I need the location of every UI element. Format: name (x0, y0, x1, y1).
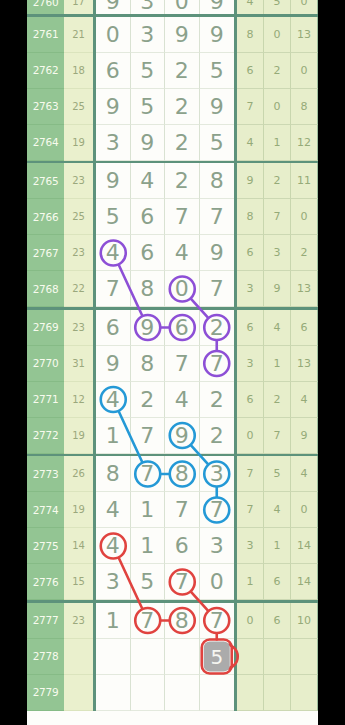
stat-cell: 2 (291, 235, 318, 271)
stat-cell: 9 (237, 163, 264, 199)
draw-count-cell: 23 (64, 235, 93, 271)
stat-cell: 9 (264, 271, 291, 307)
digit-cell (165, 639, 200, 675)
digit-cell: 1 (131, 528, 166, 564)
digit-cell: 8 (131, 346, 166, 382)
stat-cell (264, 675, 291, 711)
period-cell: 2768 (27, 271, 64, 307)
draw-count-cell: 26 (64, 456, 93, 492)
digit-cell: 1 (131, 492, 166, 528)
digit-cell: 9 (200, 0, 235, 14)
stat-cell: 1 (237, 564, 264, 600)
draw-count-cell: 25 (64, 89, 93, 125)
digit-cell: 3 (131, 0, 166, 14)
period-cell: 2760 (27, 0, 64, 14)
draw-count-cell: 19 (64, 418, 93, 454)
stat-cell: 7 (237, 456, 264, 492)
period-cell: 2777 (27, 603, 64, 639)
table-row: 27612103998013 (27, 17, 318, 53)
table-row: 2773268783754 (27, 456, 318, 492)
digit-cell: 6 (165, 528, 200, 564)
stat-cell (291, 639, 318, 675)
digit-cell: 7 (200, 271, 235, 307)
stat-cell: 4 (291, 456, 318, 492)
digit-cell: 9 (96, 163, 131, 199)
digit-cell: 8 (131, 271, 166, 307)
period-cell: 2767 (27, 235, 64, 271)
digit-cell: 2 (200, 382, 235, 418)
stat-cell: 0 (264, 17, 291, 53)
stat-cell: 1 (264, 346, 291, 382)
table-row: 27682278073913 (27, 271, 318, 307)
digit-cell: 8 (200, 163, 235, 199)
draw-count-cell: 17 (64, 0, 93, 14)
period-cell: 2763 (27, 89, 64, 125)
digit-cell: 9 (165, 17, 200, 53)
app-screenshot: 2760179309450276121039980132762186525620… (0, 0, 345, 725)
digit-cell (96, 639, 131, 675)
period-cell: 2770 (27, 346, 64, 382)
digit-cell: 9 (131, 310, 166, 346)
period-cell: 2775 (27, 528, 64, 564)
trend-table: 2760179309450276121039980132762186525620… (27, 0, 318, 711)
stat-cell: 14 (291, 528, 318, 564)
stat-cell: 6 (264, 564, 291, 600)
digit-cell: 2 (165, 163, 200, 199)
digit-cell: 4 (165, 382, 200, 418)
digit-cell: 0 (200, 564, 235, 600)
digit-cell: 3 (96, 125, 131, 161)
draw-count-cell (64, 675, 93, 711)
stat-cell: 3 (264, 235, 291, 271)
stat-cell: 13 (291, 346, 318, 382)
period-cell: 2779 (27, 675, 64, 711)
stat-cell: 4 (291, 382, 318, 418)
stat-cell: 1 (264, 125, 291, 161)
stat-cell: 2 (264, 53, 291, 89)
period-cell: 2762 (27, 53, 64, 89)
digit-cell: 7 (165, 346, 200, 382)
draw-count-cell: 18 (64, 53, 93, 89)
digit-cell: 9 (200, 89, 235, 125)
stat-cell: 4 (264, 492, 291, 528)
table-row: 2772191792079 (27, 418, 318, 454)
digit-cell: 8 (165, 603, 200, 639)
stat-cell: 12 (291, 125, 318, 161)
digit-cell: 8 (96, 456, 131, 492)
digit-cell: 9 (96, 0, 131, 14)
digit-cell: 2 (200, 310, 235, 346)
digit-cell: 9 (96, 346, 131, 382)
table-row: 2771124242624 (27, 382, 318, 418)
stat-cell: 0 (291, 53, 318, 89)
draw-count-cell: 19 (64, 492, 93, 528)
digit-cell: 5 (200, 125, 235, 161)
digit-cell: 2 (200, 418, 235, 454)
period-cell: 2765 (27, 163, 64, 199)
stat-cell: 5 (264, 456, 291, 492)
digit-cell: 5 (200, 53, 235, 89)
digit-cell: 8 (165, 456, 200, 492)
period-cell: 2771 (27, 382, 64, 418)
draw-count-cell: 23 (64, 310, 93, 346)
stat-cell: 7 (264, 199, 291, 235)
table-row: 2762186525620 (27, 53, 318, 89)
digit-cell: 9 (165, 418, 200, 454)
stat-cell: 7 (264, 418, 291, 454)
digit-cell: 0 (165, 0, 200, 14)
stat-cell: 6 (291, 310, 318, 346)
digit-cell: 3 (200, 528, 235, 564)
stat-cell: 14 (291, 564, 318, 600)
digit-cell (131, 675, 166, 711)
stat-cell: 8 (237, 199, 264, 235)
stat-cell: 0 (291, 0, 318, 14)
table-row: 2767234649632 (27, 235, 318, 271)
stat-cell: 6 (237, 235, 264, 271)
period-cell: 2766 (27, 199, 64, 235)
digit-cell (131, 639, 166, 675)
digit-cell: 0 (96, 17, 131, 53)
digit-cell: 9 (131, 125, 166, 161)
stat-cell: 0 (291, 492, 318, 528)
table-row: 27761535701614 (27, 564, 318, 600)
digit-cell: 5 (131, 53, 166, 89)
period-cell: 2761 (27, 17, 64, 53)
digit-cell: 7 (200, 346, 235, 382)
digit-cell (200, 675, 235, 711)
draw-count-cell: 12 (64, 382, 93, 418)
draw-count-cell: 21 (64, 17, 93, 53)
stat-cell: 1 (264, 528, 291, 564)
digit-cell: 6 (131, 199, 166, 235)
draw-count-cell: 25 (64, 199, 93, 235)
digit-cell: 2 (165, 89, 200, 125)
stat-cell (237, 639, 264, 675)
period-cell: 2774 (27, 492, 64, 528)
draw-count-cell: 23 (64, 163, 93, 199)
table-row: 2763259529708 (27, 89, 318, 125)
table-row: 2769236962646 (27, 310, 318, 346)
table-row: 27652394289211 (27, 163, 318, 199)
digit-cell: 2 (131, 382, 166, 418)
table-row: 27703198773113 (27, 346, 318, 382)
stat-cell: 4 (237, 125, 264, 161)
stat-cell: 2 (264, 382, 291, 418)
digit-cell: 7 (200, 603, 235, 639)
period-cell: 2778 (27, 639, 64, 675)
stat-cell: 6 (237, 382, 264, 418)
digit-cell: 3 (96, 564, 131, 600)
digit-cell: 5 (131, 89, 166, 125)
period-cell: 2764 (27, 125, 64, 161)
digit-cell: 7 (131, 603, 166, 639)
period-cell: 2772 (27, 418, 64, 454)
table-row: 27641939254112 (27, 125, 318, 161)
digit-cell: 7 (96, 271, 131, 307)
digit-cell (200, 639, 235, 675)
digit-cell: 6 (96, 310, 131, 346)
trend-chart[interactable]: 2760179309450276121039980132762186525620… (27, 0, 318, 725)
stat-cell (291, 675, 318, 711)
digit-cell: 4 (165, 235, 200, 271)
digit-cell: 5 (96, 199, 131, 235)
digit-cell: 4 (96, 528, 131, 564)
digit-cell: 0 (165, 271, 200, 307)
draw-count-cell: 22 (64, 271, 93, 307)
stat-cell: 7 (237, 492, 264, 528)
stat-cell: 6 (264, 603, 291, 639)
table-row: 2779 (27, 675, 318, 711)
digit-cell: 3 (131, 17, 166, 53)
stat-cell: 8 (237, 17, 264, 53)
stat-cell: 0 (237, 418, 264, 454)
draw-count-cell: 31 (64, 346, 93, 382)
draw-count-cell: 23 (64, 603, 93, 639)
digit-cell: 7 (200, 492, 235, 528)
digit-cell: 9 (96, 89, 131, 125)
stat-cell: 8 (291, 89, 318, 125)
digit-cell (165, 675, 200, 711)
stat-cell: 0 (237, 603, 264, 639)
digit-cell: 7 (131, 456, 166, 492)
stat-cell: 9 (291, 418, 318, 454)
partial-top-row: 2760179309450 (27, 0, 318, 14)
table-row: 2774194177740 (27, 492, 318, 528)
digit-cell: 7 (131, 418, 166, 454)
digit-cell: 6 (165, 310, 200, 346)
stat-cell: 3 (237, 528, 264, 564)
stat-cell: 3 (237, 346, 264, 382)
digit-cell: 1 (96, 418, 131, 454)
digit-cell: 3 (200, 456, 235, 492)
table-row: 2778 (27, 639, 318, 675)
draw-count-cell: 15 (64, 564, 93, 600)
stat-cell: 4 (264, 310, 291, 346)
digit-cell: 9 (200, 17, 235, 53)
digit-cell: 9 (200, 235, 235, 271)
stat-cell: 0 (264, 89, 291, 125)
period-cell: 2769 (27, 310, 64, 346)
digit-cell: 1 (96, 603, 131, 639)
stat-cell: 0 (291, 199, 318, 235)
table-row: 27772317870610 (27, 603, 318, 639)
digit-cell: 7 (165, 199, 200, 235)
stat-cell: 6 (237, 310, 264, 346)
stat-cell: 4 (237, 0, 264, 14)
digit-cell: 5 (131, 564, 166, 600)
digit-cell: 7 (165, 492, 200, 528)
digit-cell: 6 (96, 53, 131, 89)
draw-count-cell: 19 (64, 125, 93, 161)
stat-cell: 10 (291, 603, 318, 639)
digit-cell: 7 (200, 199, 235, 235)
period-cell: 2773 (27, 456, 64, 492)
stat-cell: 13 (291, 271, 318, 307)
table-row: 2766255677870 (27, 199, 318, 235)
stat-cell: 7 (237, 89, 264, 125)
stat-cell: 13 (291, 17, 318, 53)
stat-cell (264, 639, 291, 675)
stat-cell: 3 (237, 271, 264, 307)
digit-cell: 4 (96, 492, 131, 528)
stat-cell (237, 675, 264, 711)
stat-cell: 11 (291, 163, 318, 199)
digit-cell: 4 (96, 235, 131, 271)
stat-cell: 2 (264, 163, 291, 199)
digit-cell: 2 (165, 53, 200, 89)
stat-cell: 5 (264, 0, 291, 14)
draw-count-cell: 14 (64, 528, 93, 564)
stat-cell: 6 (237, 53, 264, 89)
digit-cell: 7 (165, 564, 200, 600)
digit-cell: 4 (131, 163, 166, 199)
digit-cell (96, 675, 131, 711)
digit-cell: 4 (96, 382, 131, 418)
period-cell: 2776 (27, 564, 64, 600)
digit-cell: 2 (165, 125, 200, 161)
table-row: 27751441633114 (27, 528, 318, 564)
digit-cell: 6 (131, 235, 166, 271)
draw-count-cell (64, 639, 93, 675)
table-row: 2760179309450 (27, 0, 318, 14)
